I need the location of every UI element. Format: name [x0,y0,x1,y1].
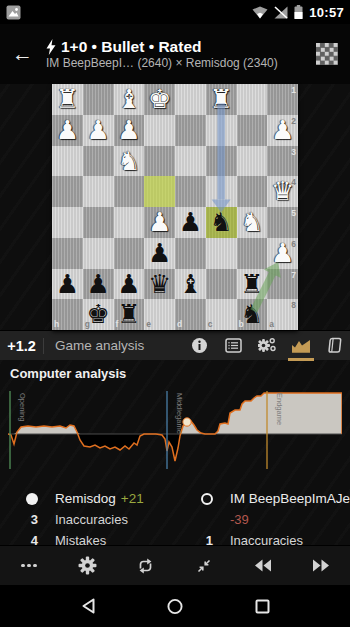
square-h6[interactable] [52,238,83,269]
engine-eval: +1.2 [0,338,44,354]
square-c1[interactable]: ♜ [206,84,237,115]
square-a7[interactable]: 7 [267,269,298,300]
white-rook: ♜ [206,84,237,115]
square-c5[interactable]: ♞ [206,207,237,238]
square-f2[interactable]: ♟ [114,115,145,146]
square-f6[interactable] [114,238,145,269]
square-c3[interactable] [206,146,237,177]
square-a8[interactable]: 8a [267,299,298,330]
wifi-icon [252,6,268,19]
rank-label: 4 [291,177,296,187]
more-menu-icon[interactable] [10,547,48,585]
battery-icon [294,5,303,19]
square-a4[interactable]: ♛4 [267,176,298,207]
square-b4[interactable] [237,176,268,207]
square-h4[interactable] [52,176,83,207]
square-d6[interactable] [175,238,206,269]
square-g2[interactable]: ♟ [83,115,114,146]
android-nav-bar [0,585,350,627]
square-g7[interactable]: ♟ [83,269,114,300]
stat-row: 3 Inaccuracies [0,509,175,530]
square-b8[interactable]: ♞b [237,299,268,330]
bottom-toolbar [0,545,350,585]
current-move-dot[interactable] [183,418,191,426]
analysis-summary: Remisdog+21 3 Inaccuracies 4 Mistakes IM… [0,478,350,545]
info-icon[interactable] [188,331,210,361]
app-header: ← 1+0 • Bullet • Rated IM BeepBeepI… (26… [0,24,350,84]
chess-board[interactable]: ♜♝♚♜1♟♟♟♟2♞3♛4♟♟♞♞5♟♟6♟♟♟♛♝♜7h♚g♜fedc♞b8… [52,84,298,330]
square-f8[interactable]: ♜f [114,299,145,330]
square-h2[interactable]: ♟ [52,115,83,146]
black-rook: ♜ [237,269,268,300]
screenshot-thumbnail-icon [6,5,21,20]
black-pawn: ♟ [114,269,145,300]
black-advantage-area [8,434,342,461]
square-g1[interactable] [83,84,114,115]
rating-diff: -39 [230,512,249,527]
engine-settings-icon[interactable] [256,331,278,361]
android-back-icon[interactable] [80,598,96,614]
square-b3[interactable] [237,146,268,177]
rank-label: 1 [291,85,296,95]
black-queen: ♛ [144,269,175,300]
black-pawn: ♟ [52,269,83,300]
square-e3[interactable] [144,146,175,177]
square-h1[interactable]: ♜ [52,84,83,115]
black-pawn: ♟ [175,207,206,238]
square-f3[interactable]: ♞ [114,146,145,177]
rating-diff: +21 [121,491,144,506]
square-a3[interactable]: 3 [267,146,298,177]
analysis-bar: +1.2 Game analysis [0,330,350,360]
file-label: g [85,319,90,329]
players-subtitle: IM BeepBeepI… (2640) × Remisdog (2340) [46,56,278,71]
square-g5[interactable] [83,207,114,238]
file-label: h [54,319,59,329]
square-h8[interactable]: h [52,299,83,330]
square-e1[interactable]: ♚ [144,84,175,115]
rank-label: 7 [291,270,296,280]
square-d7[interactable]: ♝ [175,269,206,300]
black-player-summary: IM BeepBeepImAJeep -39 1 Inaccuracies [175,488,350,545]
square-d3[interactable] [175,146,206,177]
square-e6[interactable]: ♟ [144,238,175,269]
square-d1[interactable] [175,84,206,115]
square-a6[interactable]: ♟6 [267,238,298,269]
back-arrow-icon[interactable]: ← [12,42,46,66]
board-section: ♜♝♚♜1♟♟♟♟2♞3♛4♟♟♞♞5♟♟6♟♟♟♛♝♜7h♚g♜fedc♞b8… [0,84,350,330]
square-h3[interactable] [52,146,83,177]
file-label: c [208,319,213,329]
white-king: ♚ [144,84,175,115]
android-home-icon[interactable] [167,598,183,614]
black-player-icon [201,493,213,505]
phase-label: Endgame [275,393,284,425]
square-g3[interactable] [83,146,114,177]
player-name[interactable]: Remisdog+21 [55,491,144,506]
white-player-icon [26,493,38,505]
square-d8[interactable]: d [175,299,206,330]
cell-signal-icon [274,6,288,19]
black-pawn: ♟ [83,269,114,300]
square-e4[interactable] [144,176,175,207]
square-h7[interactable]: ♟ [52,269,83,300]
lightning-bolt-icon [46,39,56,55]
square-b2[interactable] [237,115,268,146]
file-label: b [239,319,244,329]
collapse-board-icon[interactable] [185,547,223,585]
file-label: e [146,319,151,329]
flip-board-icon[interactable] [127,547,165,585]
settings-gear-icon[interactable] [68,547,106,585]
forward-icon[interactable] [302,547,340,585]
white-pawn: ♟ [83,115,114,146]
white-rook: ♜ [52,84,83,115]
square-f7[interactable]: ♟ [114,269,145,300]
square-e7[interactable]: ♛ [144,269,175,300]
file-label: d [177,319,182,329]
game-title: 1+0 • Bullet • Rated [61,37,202,56]
move-list-icon[interactable] [222,331,244,361]
status-bar: 10:57 [0,0,350,24]
analysis-tab-title: Game analysis [55,338,144,353]
square-c8[interactable]: c [206,299,237,330]
square-f4[interactable] [114,176,145,207]
computer-analysis-panel: Computer analysis OpeningMiddlegameEndga… [0,360,350,478]
square-c7[interactable] [206,269,237,300]
square-d5[interactable]: ♟ [175,207,206,238]
white-knight: ♞ [114,146,145,177]
square-a5[interactable]: 5 [267,207,298,238]
rank-label: 8 [291,300,296,310]
square-e5[interactable]: ♟ [144,207,175,238]
white-pawn: ♟ [144,207,175,238]
rank-label: 5 [291,208,296,218]
white-knight: ♞ [237,207,268,238]
square-d2[interactable] [175,115,206,146]
rank-label: 2 [291,116,296,126]
square-g6[interactable] [83,238,114,269]
rewind-icon[interactable] [244,547,282,585]
phase-label: Middlegame [175,393,184,434]
square-a1[interactable]: 1 [267,84,298,115]
square-e8[interactable]: e [144,299,175,330]
rank-label: 6 [291,239,296,249]
opening-book-icon[interactable] [324,331,346,361]
square-a2[interactable]: ♟2 [267,115,298,146]
square-b1[interactable] [237,84,268,115]
square-c4[interactable] [206,176,237,207]
square-b7[interactable]: ♜ [237,269,268,300]
square-c2[interactable] [206,115,237,146]
square-d4[interactable] [175,176,206,207]
mini-chessboard-icon[interactable] [316,43,338,65]
black-bishop: ♝ [175,269,206,300]
square-g4[interactable] [83,176,114,207]
analysis-chart-icon[interactable] [290,331,312,361]
square-b6[interactable] [237,238,268,269]
evaluation-graph[interactable]: OpeningMiddlegameEndgame [8,385,342,478]
square-c6[interactable] [206,238,237,269]
android-recents-icon[interactable] [254,598,270,614]
player-name[interactable]: IM BeepBeepImAJeep [230,491,350,506]
file-label: f [116,319,119,329]
computer-analysis-heading: Computer analysis [0,360,350,383]
square-e2[interactable] [144,115,175,146]
square-g8[interactable]: ♚g [83,299,114,330]
black-pawn: ♟ [144,238,175,269]
square-h5[interactable] [52,207,83,238]
white-bishop: ♝ [114,84,145,115]
white-pawn: ♟ [114,115,145,146]
rank-label: 3 [291,147,296,157]
white-player-summary: Remisdog+21 3 Inaccuracies 4 Mistakes [0,488,175,545]
white-pawn: ♟ [52,115,83,146]
black-knight: ♞ [206,207,237,238]
phase-label: Opening [18,393,27,421]
square-b5[interactable]: ♞ [237,207,268,238]
white-advantage-area [8,393,342,434]
file-label: a [269,319,274,329]
clock-time: 10:57 [309,5,344,20]
square-f1[interactable]: ♝ [114,84,145,115]
square-f5[interactable] [114,207,145,238]
